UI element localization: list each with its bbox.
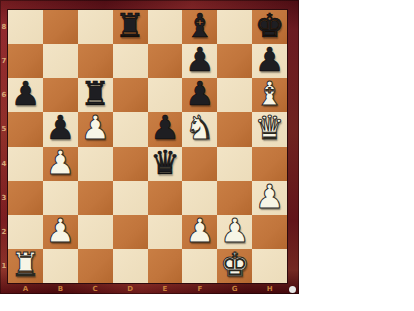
square-b7[interactable] <box>43 44 78 78</box>
square-d1[interactable] <box>113 249 148 283</box>
square-h7[interactable]: ♟ <box>252 44 287 78</box>
square-g3[interactable] <box>217 181 252 215</box>
square-f3[interactable] <box>182 181 217 215</box>
square-e1[interactable] <box>148 249 183 283</box>
white-to-move-indicator <box>289 286 296 293</box>
square-d6[interactable] <box>113 78 148 112</box>
white-king-g1: ♚ <box>220 249 250 282</box>
file-labels: ABCDEFGH <box>8 283 287 294</box>
square-d8[interactable]: ♜ <box>113 10 148 44</box>
square-c4[interactable] <box>78 147 113 181</box>
white-pawn-b2: ♟ <box>46 215 76 248</box>
white-pawn-h3: ♟ <box>255 181 285 214</box>
file-label-c: C <box>78 283 113 294</box>
square-f5[interactable]: ♞ <box>182 112 217 146</box>
square-g6[interactable] <box>217 78 252 112</box>
square-g8[interactable] <box>217 10 252 44</box>
square-c7[interactable] <box>78 44 113 78</box>
black-pawn-b5: ♟ <box>46 112 76 145</box>
black-bishop-f8: ♝ <box>185 10 215 43</box>
black-pawn-f6: ♟ <box>185 78 215 111</box>
square-c6[interactable]: ♜ <box>78 78 113 112</box>
rank-label-3: 3 <box>0 181 8 215</box>
square-a4[interactable] <box>8 147 43 181</box>
square-c8[interactable] <box>78 10 113 44</box>
white-bishop-h6: ♝ <box>255 78 285 111</box>
square-e5[interactable]: ♟ <box>148 112 183 146</box>
square-e3[interactable] <box>148 181 183 215</box>
square-a3[interactable] <box>8 181 43 215</box>
square-h2[interactable] <box>252 215 287 249</box>
square-d2[interactable] <box>113 215 148 249</box>
square-b6[interactable] <box>43 78 78 112</box>
square-e7[interactable] <box>148 44 183 78</box>
file-label-a: A <box>8 283 43 294</box>
rank-label-2: 2 <box>0 215 8 249</box>
rank-labels: 87654321 <box>0 10 8 283</box>
square-b8[interactable] <box>43 10 78 44</box>
square-b4[interactable]: ♟ <box>43 147 78 181</box>
file-label-d: D <box>113 283 148 294</box>
square-g7[interactable] <box>217 44 252 78</box>
white-knight-f5: ♞ <box>185 112 215 145</box>
square-e6[interactable] <box>148 78 183 112</box>
chess-board-frame: 87654321 ♜♝♚♟♟♟♜♟♝♟♟♟♞♛♟♛♟♟♟♟♜♚ ABCDEFGH <box>0 0 299 294</box>
rank-label-1: 1 <box>0 249 8 283</box>
square-c3[interactable] <box>78 181 113 215</box>
square-h4[interactable] <box>252 147 287 181</box>
square-c1[interactable] <box>78 249 113 283</box>
square-d4[interactable] <box>113 147 148 181</box>
square-a1[interactable]: ♜ <box>8 249 43 283</box>
rank-label-7: 7 <box>0 44 8 78</box>
square-a5[interactable] <box>8 112 43 146</box>
square-f1[interactable] <box>182 249 217 283</box>
square-f8[interactable]: ♝ <box>182 10 217 44</box>
square-c2[interactable] <box>78 215 113 249</box>
square-c5[interactable]: ♟ <box>78 112 113 146</box>
square-f6[interactable]: ♟ <box>182 78 217 112</box>
white-pawn-g2: ♟ <box>220 215 250 248</box>
square-h6[interactable]: ♝ <box>252 78 287 112</box>
file-label-f: F <box>182 283 217 294</box>
square-g2[interactable]: ♟ <box>217 215 252 249</box>
square-h5[interactable]: ♛ <box>252 112 287 146</box>
square-d3[interactable] <box>113 181 148 215</box>
white-queen-h5: ♛ <box>255 112 285 145</box>
rank-label-6: 6 <box>0 78 8 112</box>
square-e4[interactable]: ♛ <box>148 147 183 181</box>
square-f2[interactable]: ♟ <box>182 215 217 249</box>
square-h3[interactable]: ♟ <box>252 181 287 215</box>
file-label-g: G <box>217 283 252 294</box>
square-b5[interactable]: ♟ <box>43 112 78 146</box>
square-a7[interactable] <box>8 44 43 78</box>
square-b1[interactable] <box>43 249 78 283</box>
black-rook-d8: ♜ <box>115 10 145 43</box>
black-pawn-a6: ♟ <box>11 78 41 111</box>
black-pawn-e5: ♟ <box>150 112 180 145</box>
rank-label-8: 8 <box>0 10 8 44</box>
white-pawn-f2: ♟ <box>185 215 215 248</box>
square-b3[interactable] <box>43 181 78 215</box>
square-e8[interactable] <box>148 10 183 44</box>
square-a2[interactable] <box>8 215 43 249</box>
rank-label-5: 5 <box>0 112 8 146</box>
square-g4[interactable] <box>217 147 252 181</box>
square-f4[interactable] <box>182 147 217 181</box>
square-a8[interactable] <box>8 10 43 44</box>
square-a6[interactable]: ♟ <box>8 78 43 112</box>
file-label-h: H <box>252 283 287 294</box>
file-label-b: B <box>43 283 78 294</box>
square-b2[interactable]: ♟ <box>43 215 78 249</box>
square-e2[interactable] <box>148 215 183 249</box>
black-king-h8: ♚ <box>255 10 285 43</box>
square-h1[interactable] <box>252 249 287 283</box>
black-queen-e4: ♛ <box>150 147 180 180</box>
white-rook-a1: ♜ <box>11 249 41 282</box>
square-g5[interactable] <box>217 112 252 146</box>
square-g1[interactable]: ♚ <box>217 249 252 283</box>
chess-diagram-page: 87654321 ♜♝♚♟♟♟♜♟♝♟♟♟♞♛♟♛♟♟♟♟♜♚ ABCDEFGH <box>0 0 414 311</box>
black-pawn-h7: ♟ <box>255 44 285 77</box>
square-d7[interactable] <box>113 44 148 78</box>
chess-board[interactable]: ♜♝♚♟♟♟♜♟♝♟♟♟♞♛♟♛♟♟♟♟♜♚ <box>8 10 287 283</box>
square-f7[interactable]: ♟ <box>182 44 217 78</box>
rank-label-4: 4 <box>0 147 8 181</box>
white-pawn-c5: ♟ <box>80 112 110 145</box>
black-pawn-f7: ♟ <box>185 44 215 77</box>
file-label-e: E <box>148 283 183 294</box>
black-rook-c6: ♜ <box>80 78 110 111</box>
white-pawn-b4: ♟ <box>46 147 76 180</box>
square-d5[interactable] <box>113 112 148 146</box>
square-h8[interactable]: ♚ <box>252 10 287 44</box>
